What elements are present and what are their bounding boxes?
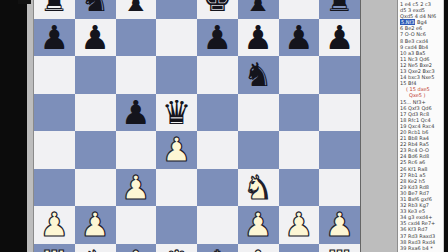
square-h1[interactable]: ♜ bbox=[319, 244, 360, 252]
white-pawn: ♟ bbox=[325, 206, 355, 244]
square-c8[interactable]: ♝ bbox=[116, 0, 157, 19]
square-d5[interactable]: ♛ bbox=[156, 94, 197, 132]
square-b2[interactable]: ♟ bbox=[75, 206, 116, 244]
black-pawn: ♟ bbox=[325, 19, 355, 57]
square-g8[interactable] bbox=[279, 0, 320, 19]
square-d3[interactable] bbox=[156, 169, 197, 207]
square-c3[interactable]: ♟ bbox=[116, 169, 157, 207]
square-h8[interactable]: ♜ bbox=[319, 0, 360, 19]
square-b1[interactable]: ♞ bbox=[75, 244, 116, 252]
square-f7[interactable]: ♟ bbox=[238, 19, 279, 57]
square-a3[interactable] bbox=[34, 169, 75, 207]
square-d6[interactable] bbox=[156, 56, 197, 94]
square-e2[interactable] bbox=[197, 206, 238, 244]
square-e8[interactable]: ♚ bbox=[197, 0, 238, 19]
black-rook: ♜ bbox=[325, 0, 355, 19]
square-g6[interactable] bbox=[279, 56, 320, 94]
square-a4[interactable] bbox=[34, 131, 75, 169]
black-bishop: ♝ bbox=[121, 0, 151, 19]
square-e3[interactable] bbox=[197, 169, 238, 207]
square-h6[interactable] bbox=[319, 56, 360, 94]
white-knight: ♞ bbox=[243, 169, 273, 207]
square-f5[interactable] bbox=[238, 94, 279, 132]
square-g4[interactable] bbox=[279, 131, 320, 169]
square-g7[interactable]: ♟ bbox=[279, 19, 320, 57]
black-king: ♚ bbox=[203, 0, 233, 19]
square-h7[interactable]: ♟ bbox=[319, 19, 360, 57]
current-move-highlight[interactable]: 5.Nf3 bbox=[400, 19, 415, 25]
square-g1[interactable] bbox=[279, 244, 320, 252]
square-b3[interactable] bbox=[75, 169, 116, 207]
square-d8[interactable] bbox=[156, 0, 197, 19]
square-d7[interactable] bbox=[156, 19, 197, 57]
square-e4[interactable] bbox=[197, 131, 238, 169]
black-pawn: ♟ bbox=[121, 94, 151, 132]
white-pawn: ♟ bbox=[162, 131, 192, 169]
square-c6[interactable] bbox=[116, 56, 157, 94]
square-c4[interactable] bbox=[116, 131, 157, 169]
square-d2[interactable] bbox=[156, 206, 197, 244]
square-e5[interactable] bbox=[197, 94, 238, 132]
square-h3[interactable] bbox=[319, 169, 360, 207]
video-frame: ♜♞♝♚♝♜♟♟♟♟♟♟♞♟♛♟♟♞♟♟♟♟♟♜♞♝♛♚♝♜ 1 e4 c5 2… bbox=[0, 0, 448, 252]
black-pawn: ♟ bbox=[284, 19, 314, 57]
black-knight: ♞ bbox=[80, 0, 110, 19]
white-pawn: ♟ bbox=[121, 169, 151, 207]
square-e7[interactable]: ♟ bbox=[197, 19, 238, 57]
square-c1[interactable]: ♝ bbox=[116, 244, 157, 252]
white-pawn: ♟ bbox=[243, 206, 273, 244]
square-a6[interactable] bbox=[34, 56, 75, 94]
square-h4[interactable] bbox=[319, 131, 360, 169]
square-f1[interactable]: ♝ bbox=[238, 244, 279, 252]
chess-board: ♜♞♝♚♝♜♟♟♟♟♟♟♞♟♛♟♟♞♟♟♟♟♟♜♞♝♛♚♝♜ bbox=[33, 0, 361, 252]
white-queen: ♛ bbox=[162, 244, 192, 252]
square-f3[interactable]: ♞ bbox=[238, 169, 279, 207]
square-f6[interactable]: ♞ bbox=[238, 56, 279, 94]
black-pawn: ♟ bbox=[203, 19, 233, 57]
square-g5[interactable] bbox=[279, 94, 320, 132]
square-f8[interactable]: ♝ bbox=[238, 0, 279, 19]
square-g3[interactable] bbox=[279, 169, 320, 207]
black-rook: ♜ bbox=[40, 0, 70, 19]
square-c2[interactable] bbox=[116, 206, 157, 244]
white-bishop: ♝ bbox=[243, 244, 273, 252]
square-h5[interactable] bbox=[319, 94, 360, 132]
white-king: ♚ bbox=[203, 244, 233, 252]
square-a7[interactable]: ♟ bbox=[34, 19, 75, 57]
white-rook: ♜ bbox=[40, 244, 70, 252]
square-b7[interactable]: ♟ bbox=[75, 19, 116, 57]
white-knight: ♞ bbox=[80, 244, 110, 252]
square-a8[interactable]: ♜ bbox=[34, 0, 75, 19]
move-list-panel[interactable]: 1 e4 c5 2 c3d5 3 exd5Qxd5 4 d4 Nf65.Nf3 … bbox=[397, 0, 443, 252]
square-d4[interactable]: ♟ bbox=[156, 131, 197, 169]
square-a2[interactable]: ♟ bbox=[34, 206, 75, 244]
move-line[interactable]: 39 Rxa6 b4 * bbox=[398, 245, 443, 251]
square-c5[interactable]: ♟ bbox=[116, 94, 157, 132]
square-e1[interactable]: ♚ bbox=[197, 244, 238, 252]
black-pawn: ♟ bbox=[243, 19, 273, 57]
square-b5[interactable] bbox=[75, 94, 116, 132]
white-pawn: ♟ bbox=[40, 206, 70, 244]
square-f2[interactable]: ♟ bbox=[238, 206, 279, 244]
black-queen: ♛ bbox=[162, 94, 192, 132]
black-pawn: ♟ bbox=[80, 19, 110, 57]
square-a1[interactable]: ♜ bbox=[34, 244, 75, 252]
square-c7[interactable] bbox=[116, 19, 157, 57]
black-pawn: ♟ bbox=[40, 19, 70, 57]
square-d1[interactable]: ♛ bbox=[156, 244, 197, 252]
cropped-ui-fragment bbox=[18, 0, 31, 4]
white-pawn: ♟ bbox=[80, 206, 110, 244]
left-letterbox-bar bbox=[0, 0, 27, 252]
white-bishop: ♝ bbox=[121, 244, 151, 252]
square-e6[interactable] bbox=[197, 56, 238, 94]
square-b6[interactable] bbox=[75, 56, 116, 94]
right-letterbox-bar bbox=[444, 0, 448, 252]
square-h2[interactable]: ♟ bbox=[319, 206, 360, 244]
square-g2[interactable]: ♟ bbox=[279, 206, 320, 244]
black-knight: ♞ bbox=[243, 56, 273, 94]
square-b8[interactable]: ♞ bbox=[75, 0, 116, 19]
black-bishop: ♝ bbox=[243, 0, 273, 19]
white-rook: ♜ bbox=[325, 244, 355, 252]
square-a5[interactable] bbox=[34, 94, 75, 132]
square-f4[interactable] bbox=[238, 131, 279, 169]
white-pawn: ♟ bbox=[284, 206, 314, 244]
square-b4[interactable] bbox=[75, 131, 116, 169]
